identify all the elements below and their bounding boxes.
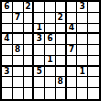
sudoku-cell-r5c6[interactable] [56,45,67,56]
sudoku-cell-r2c8[interactable] [77,13,88,24]
sudoku-cell-r4c7[interactable] [67,34,78,45]
sudoku-cell-r9c7[interactable] [67,88,78,99]
sudoku-cell-r4c8[interactable] [77,34,88,45]
sudoku-cell-r3c5[interactable] [45,24,56,35]
sudoku-cell-r9c2[interactable] [13,88,24,99]
sudoku-cell-r4c4[interactable]: 3 [34,34,45,45]
sudoku-cell-r1c4[interactable] [34,2,45,13]
sudoku-cell-r8c9[interactable] [88,77,99,88]
sudoku-cell-r2c9[interactable] [88,13,99,24]
sudoku-cell-r5c4[interactable] [34,45,45,56]
sudoku-cell-r7c1[interactable]: 3 [2,67,13,78]
sudoku-cell-r2c2[interactable]: 7 [13,13,24,24]
sudoku-cell-r4c1[interactable]: 4 [2,34,13,45]
sudoku-cell-r1c7[interactable] [67,2,78,13]
sudoku-cell-r6c3[interactable] [24,56,35,67]
sudoku-cell-r4c2[interactable] [13,34,24,45]
sudoku-cell-r1c5[interactable] [45,2,56,13]
sudoku-cell-r6c9[interactable] [88,56,99,67]
sudoku-cell-r8c1[interactable] [2,77,13,88]
sudoku-cell-r9c1[interactable] [2,88,13,99]
sudoku-cell-r8c8[interactable] [77,77,88,88]
sudoku-cell-r1c3[interactable]: 2 [24,2,35,13]
sudoku-cell-r2c4[interactable] [34,13,45,24]
sudoku-cell-r7c6[interactable] [56,67,67,78]
sudoku-cell-r1c8[interactable]: 3 [77,2,88,13]
sudoku-cell-r5c7[interactable]: 7 [67,45,78,56]
sudoku-cell-r4c9[interactable] [88,34,99,45]
sudoku-cell-r7c3[interactable] [24,67,35,78]
sudoku-cell-r8c7[interactable] [67,77,78,88]
sudoku-cell-r2c7[interactable] [67,13,78,24]
sudoku-cell-r2c3[interactable] [24,13,35,24]
sudoku-cell-r7c8[interactable]: 1 [77,67,88,78]
sudoku-cell-r3c4[interactable]: 1 [34,24,45,35]
sudoku-cell-r1c9[interactable] [88,2,99,13]
sudoku-cell-r3c8[interactable] [77,24,88,35]
sudoku-cell-r2c6[interactable]: 2 [56,13,67,24]
sudoku-cell-r9c9[interactable] [88,88,99,99]
sudoku-cell-r8c2[interactable] [13,77,24,88]
sudoku-cell-r9c3[interactable] [24,88,35,99]
sudoku-cell-r6c4[interactable] [34,56,45,67]
sudoku-cell-r3c2[interactable] [13,24,24,35]
sudoku-cell-r8c4[interactable] [34,77,45,88]
sudoku-cell-r1c6[interactable] [56,2,67,13]
sudoku-cell-r9c8[interactable] [77,88,88,99]
sudoku-cell-r4c3[interactable] [24,34,35,45]
sudoku-cell-r3c9[interactable] [88,24,99,35]
sudoku-cell-r6c2[interactable] [13,56,24,67]
sudoku-cell-r7c4[interactable]: 5 [34,67,45,78]
sudoku-cell-r5c2[interactable]: 8 [13,45,24,56]
sudoku-cell-r8c3[interactable] [24,77,35,88]
sudoku-cell-r1c1[interactable]: 6 [2,2,13,13]
sudoku-cell-r4c6[interactable] [56,34,67,45]
sudoku-cell-r6c7[interactable] [67,56,78,67]
sudoku-cell-r9c6[interactable] [56,88,67,99]
sudoku-cell-r6c1[interactable] [2,56,13,67]
sudoku-cell-r3c6[interactable] [56,24,67,35]
sudoku-cell-r1c2[interactable] [13,2,24,13]
sudoku-cell-r2c1[interactable] [2,13,13,24]
sudoku-cell-r6c8[interactable] [77,56,88,67]
sudoku-cell-r7c7[interactable] [67,67,78,78]
sudoku-cell-r5c8[interactable] [77,45,88,56]
sudoku-cell-r4c5[interactable]: 6 [45,34,56,45]
sudoku-cell-r5c3[interactable] [24,45,35,56]
sudoku-cell-r7c2[interactable] [13,67,24,78]
sudoku-cell-r7c9[interactable] [88,67,99,78]
sudoku-cell-r5c9[interactable] [88,45,99,56]
sudoku-cell-r3c3[interactable] [24,24,35,35]
sudoku-cell-r8c6[interactable]: 8 [56,77,67,88]
sudoku-cell-r6c6[interactable] [56,56,67,67]
sudoku-board: 62372144368713518 [0,0,101,101]
sudoku-cell-r8c5[interactable] [45,77,56,88]
sudoku-cell-r3c1[interactable] [2,24,13,35]
sudoku-cell-r5c1[interactable] [2,45,13,56]
sudoku-cell-r9c5[interactable] [45,88,56,99]
sudoku-cell-r5c5[interactable] [45,45,56,56]
sudoku-cell-r2c5[interactable] [45,13,56,24]
sudoku-cell-r9c4[interactable] [34,88,45,99]
sudoku-cell-r3c7[interactable]: 4 [67,24,78,35]
sudoku-cell-r7c5[interactable] [45,67,56,78]
sudoku-cell-r6c5[interactable]: 1 [45,56,56,67]
